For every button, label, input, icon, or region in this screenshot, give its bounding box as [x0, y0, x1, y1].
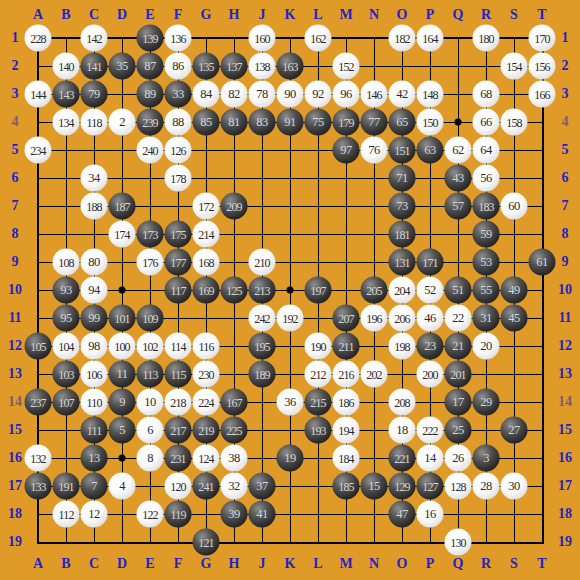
stone-black-13: 13	[81, 445, 108, 472]
stone-white-38: 38	[221, 445, 248, 472]
col-label-bottom-F: F	[165, 557, 191, 571]
stone-black-53: 53	[473, 249, 500, 276]
col-label-bottom-R: R	[473, 557, 499, 571]
stone-black-111: 111	[81, 417, 108, 444]
col-label-top-Q: Q	[445, 8, 471, 22]
stone-black-193: 193	[305, 417, 332, 444]
col-label-bottom-S: S	[501, 557, 527, 571]
stone-white-124: 124	[193, 445, 220, 472]
stone-black-7: 7	[81, 473, 108, 500]
stone-black-77: 77	[361, 109, 388, 136]
col-label-top-O: O	[389, 8, 415, 22]
stone-black-61: 61	[529, 249, 556, 276]
stone-white-90: 90	[277, 81, 304, 108]
stone-black-51: 51	[445, 277, 472, 304]
stone-white-134: 134	[53, 109, 80, 136]
row-label-right-8: 8	[552, 227, 578, 241]
stone-black-231: 231	[165, 445, 192, 472]
stone-white-62: 62	[445, 137, 472, 164]
col-label-bottom-Q: Q	[445, 557, 471, 571]
stone-black-73: 73	[389, 193, 416, 220]
col-label-bottom-C: C	[81, 557, 107, 571]
stone-white-94: 94	[81, 277, 108, 304]
stone-black-209: 209	[221, 193, 248, 220]
stone-white-154: 154	[501, 53, 528, 80]
stone-white-56: 56	[473, 165, 500, 192]
stone-black-205: 205	[361, 277, 388, 304]
stone-white-140: 140	[53, 53, 80, 80]
row-label-right-4: 4	[552, 115, 578, 129]
stone-black-121: 121	[193, 529, 220, 556]
stone-black-63: 63	[417, 137, 444, 164]
row-label-right-14: 14	[552, 395, 578, 409]
stone-white-116: 116	[193, 333, 220, 360]
row-label-left-10: 10	[2, 283, 28, 297]
row-label-right-12: 12	[552, 339, 578, 353]
col-label-bottom-T: T	[529, 557, 555, 571]
col-label-bottom-M: M	[333, 557, 359, 571]
stone-white-166: 166	[529, 81, 556, 108]
col-label-bottom-D: D	[109, 557, 135, 571]
stone-white-174: 174	[109, 221, 136, 248]
col-label-top-A: A	[25, 8, 51, 22]
stone-white-152: 152	[333, 53, 360, 80]
col-label-top-P: P	[417, 8, 443, 22]
stone-white-234: 234	[25, 137, 52, 164]
col-label-top-C: C	[81, 8, 107, 22]
stone-white-16: 16	[417, 501, 444, 528]
stone-white-176: 176	[137, 249, 164, 276]
stone-black-37: 37	[249, 473, 276, 500]
star-point	[119, 287, 126, 294]
stone-white-32: 32	[221, 473, 248, 500]
stone-white-60: 60	[501, 193, 528, 220]
row-label-right-7: 7	[552, 199, 578, 213]
stone-white-214: 214	[193, 221, 220, 248]
row-label-right-18: 18	[552, 507, 578, 521]
stone-black-239: 239	[137, 109, 164, 136]
row-label-right-15: 15	[552, 423, 578, 437]
stone-white-52: 52	[417, 277, 444, 304]
col-label-bottom-J: J	[249, 557, 275, 571]
stone-black-49: 49	[501, 277, 528, 304]
stone-white-96: 96	[333, 81, 360, 108]
stone-black-191: 191	[53, 473, 80, 500]
stone-white-20: 20	[473, 333, 500, 360]
stone-black-43: 43	[445, 165, 472, 192]
stone-black-83: 83	[249, 109, 276, 136]
star-point	[119, 455, 126, 462]
stone-black-41: 41	[249, 501, 276, 528]
col-label-top-H: H	[221, 8, 247, 22]
stone-white-182: 182	[389, 25, 416, 52]
stone-black-39: 39	[221, 501, 248, 528]
stone-white-2: 2	[109, 109, 136, 136]
stone-white-68: 68	[473, 81, 500, 108]
stone-black-215: 215	[305, 389, 332, 416]
stone-white-130: 130	[445, 529, 472, 556]
stone-black-57: 57	[445, 193, 472, 220]
stone-black-15: 15	[361, 473, 388, 500]
stone-black-71: 71	[389, 165, 416, 192]
stone-black-151: 151	[389, 137, 416, 164]
row-label-right-5: 5	[552, 143, 578, 157]
stone-white-66: 66	[473, 109, 500, 136]
stone-black-89: 89	[137, 81, 164, 108]
stone-white-200: 200	[417, 361, 444, 388]
stone-white-42: 42	[389, 81, 416, 108]
row-label-right-11: 11	[552, 311, 578, 325]
row-label-right-3: 3	[552, 87, 578, 101]
stone-white-126: 126	[165, 137, 192, 164]
col-label-bottom-K: K	[277, 557, 303, 571]
stone-black-101: 101	[109, 305, 136, 332]
stone-white-92: 92	[305, 81, 332, 108]
stone-white-162: 162	[305, 25, 332, 52]
stone-black-139: 139	[137, 25, 164, 52]
stone-white-172: 172	[193, 193, 220, 220]
stone-black-107: 107	[53, 389, 80, 416]
col-label-top-N: N	[361, 8, 387, 22]
stone-white-180: 180	[473, 25, 500, 52]
stone-black-103: 103	[53, 361, 80, 388]
stone-white-100: 100	[109, 333, 136, 360]
stone-white-28: 28	[473, 473, 500, 500]
stone-black-201: 201	[445, 361, 472, 388]
stone-black-119: 119	[165, 501, 192, 528]
stone-white-224: 224	[193, 389, 220, 416]
stone-black-85: 85	[193, 109, 220, 136]
stone-black-125: 125	[221, 277, 248, 304]
stone-white-178: 178	[165, 165, 192, 192]
stone-black-17: 17	[445, 389, 472, 416]
stone-black-31: 31	[473, 305, 500, 332]
stone-white-18: 18	[389, 417, 416, 444]
stone-black-91: 91	[277, 109, 304, 136]
stone-black-35: 35	[109, 53, 136, 80]
stone-white-36: 36	[277, 389, 304, 416]
stone-black-237: 237	[25, 389, 52, 416]
col-label-top-S: S	[501, 8, 527, 22]
stone-black-5: 5	[109, 417, 136, 444]
star-point	[287, 287, 294, 294]
stone-black-93: 93	[53, 277, 80, 304]
stone-white-110: 110	[81, 389, 108, 416]
stone-black-115: 115	[165, 361, 192, 388]
col-label-top-J: J	[249, 8, 275, 22]
row-label-left-11: 11	[2, 311, 28, 325]
stone-white-8: 8	[137, 445, 164, 472]
stone-white-64: 64	[473, 137, 500, 164]
row-label-left-13: 13	[2, 367, 28, 381]
stone-white-46: 46	[417, 305, 444, 332]
stone-white-160: 160	[249, 25, 276, 52]
row-label-right-6: 6	[552, 171, 578, 185]
stone-white-14: 14	[417, 445, 444, 472]
stone-white-98: 98	[81, 333, 108, 360]
col-label-top-D: D	[109, 8, 135, 22]
row-label-right-19: 19	[552, 535, 578, 549]
stone-white-4: 4	[109, 473, 136, 500]
stone-white-148: 148	[417, 81, 444, 108]
stone-black-133: 133	[25, 473, 52, 500]
stone-black-169: 169	[193, 277, 220, 304]
stone-white-188: 188	[81, 193, 108, 220]
col-label-top-R: R	[473, 8, 499, 22]
stone-black-3: 3	[473, 445, 500, 472]
stone-black-177: 177	[165, 249, 192, 276]
stone-white-34: 34	[81, 165, 108, 192]
row-label-left-4: 4	[2, 115, 28, 129]
stone-white-190: 190	[305, 333, 332, 360]
stone-white-12: 12	[81, 501, 108, 528]
stone-black-113: 113	[137, 361, 164, 388]
stone-white-112: 112	[53, 501, 80, 528]
stone-black-33: 33	[165, 81, 192, 108]
stone-white-186: 186	[333, 389, 360, 416]
stone-black-179: 179	[333, 109, 360, 136]
stone-black-45: 45	[501, 305, 528, 332]
stone-white-164: 164	[417, 25, 444, 52]
stone-white-142: 142	[81, 25, 108, 52]
stone-black-181: 181	[389, 221, 416, 248]
stone-white-118: 118	[81, 109, 108, 136]
col-label-top-K: K	[277, 8, 303, 22]
stone-black-197: 197	[305, 277, 332, 304]
stone-black-195: 195	[249, 333, 276, 360]
row-label-left-8: 8	[2, 227, 28, 241]
row-label-left-9: 9	[2, 255, 28, 269]
stone-white-122: 122	[137, 501, 164, 528]
stone-white-30: 30	[501, 473, 528, 500]
stone-white-230: 230	[193, 361, 220, 388]
stone-black-47: 47	[389, 501, 416, 528]
stone-white-26: 26	[445, 445, 472, 472]
stone-black-175: 175	[165, 221, 192, 248]
col-label-top-B: B	[53, 8, 79, 22]
stone-white-6: 6	[137, 417, 164, 444]
stone-white-240: 240	[137, 137, 164, 164]
stone-white-196: 196	[361, 305, 388, 332]
stone-black-225: 225	[221, 417, 248, 444]
stone-white-222: 222	[417, 417, 444, 444]
stone-black-213: 213	[249, 277, 276, 304]
stone-white-138: 138	[249, 53, 276, 80]
stone-white-242: 242	[249, 305, 276, 332]
stone-black-185: 185	[333, 473, 360, 500]
stone-white-228: 228	[25, 25, 52, 52]
stone-white-84: 84	[193, 81, 220, 108]
stone-white-102: 102	[137, 333, 164, 360]
stone-black-135: 135	[193, 53, 220, 80]
stone-white-132: 132	[25, 445, 52, 472]
stone-white-136: 136	[165, 25, 192, 52]
stone-black-11: 11	[109, 361, 136, 388]
stone-black-171: 171	[417, 249, 444, 276]
stone-white-78: 78	[249, 81, 276, 108]
stone-black-189: 189	[249, 361, 276, 388]
stone-white-104: 104	[53, 333, 80, 360]
stone-black-137: 137	[221, 53, 248, 80]
stone-white-144: 144	[25, 81, 52, 108]
go-board[interactable]: AABBCCDDEEFFGGHHJJKKLLMMNNOOPPQQRRSSTT11…	[0, 0, 580, 580]
stone-white-158: 158	[501, 109, 528, 136]
row-label-right-16: 16	[552, 451, 578, 465]
row-label-right-10: 10	[552, 283, 578, 297]
stone-black-217: 217	[165, 417, 192, 444]
stone-black-55: 55	[473, 277, 500, 304]
stone-white-198: 198	[389, 333, 416, 360]
row-label-left-6: 6	[2, 171, 28, 185]
col-label-top-T: T	[529, 8, 555, 22]
col-label-bottom-A: A	[25, 557, 51, 571]
stone-white-86: 86	[165, 53, 192, 80]
stone-black-109: 109	[137, 305, 164, 332]
row-label-right-13: 13	[552, 367, 578, 381]
row-label-left-2: 2	[2, 59, 28, 73]
stone-black-9: 9	[109, 389, 136, 416]
stone-black-211: 211	[333, 333, 360, 360]
star-point	[455, 119, 462, 126]
stone-black-75: 75	[305, 109, 332, 136]
stone-white-114: 114	[165, 333, 192, 360]
stone-white-210: 210	[249, 249, 276, 276]
stone-white-216: 216	[333, 361, 360, 388]
stone-black-65: 65	[389, 109, 416, 136]
stone-black-129: 129	[389, 473, 416, 500]
stone-white-206: 206	[389, 305, 416, 332]
stone-black-95: 95	[53, 305, 80, 332]
col-label-bottom-O: O	[389, 557, 415, 571]
stone-black-99: 99	[81, 305, 108, 332]
stone-black-117: 117	[165, 277, 192, 304]
stone-black-25: 25	[445, 417, 472, 444]
stone-black-187: 187	[109, 193, 136, 220]
stone-white-204: 204	[389, 277, 416, 304]
stone-black-97: 97	[333, 137, 360, 164]
stone-white-10: 10	[137, 389, 164, 416]
stone-white-128: 128	[445, 473, 472, 500]
row-label-left-7: 7	[2, 199, 28, 213]
stone-white-218: 218	[165, 389, 192, 416]
stone-white-170: 170	[529, 25, 556, 52]
stone-black-241: 241	[193, 473, 220, 500]
stone-white-184: 184	[333, 445, 360, 472]
stone-black-183: 183	[473, 193, 500, 220]
col-label-top-M: M	[333, 8, 359, 22]
stone-white-88: 88	[165, 109, 192, 136]
stone-black-23: 23	[417, 333, 444, 360]
stone-black-127: 127	[417, 473, 444, 500]
row-label-right-1: 1	[552, 31, 578, 45]
col-label-bottom-L: L	[305, 557, 331, 571]
row-label-left-18: 18	[2, 507, 28, 521]
stone-black-221: 221	[389, 445, 416, 472]
stone-white-146: 146	[361, 81, 388, 108]
stone-black-207: 207	[333, 305, 360, 332]
stone-white-202: 202	[361, 361, 388, 388]
stone-white-106: 106	[81, 361, 108, 388]
stone-black-163: 163	[277, 53, 304, 80]
row-label-right-9: 9	[552, 255, 578, 269]
stone-white-80: 80	[81, 249, 108, 276]
stone-white-194: 194	[333, 417, 360, 444]
col-label-bottom-H: H	[221, 557, 247, 571]
stone-black-21: 21	[445, 333, 472, 360]
stone-black-143: 143	[53, 81, 80, 108]
col-label-bottom-N: N	[361, 557, 387, 571]
stone-black-105: 105	[25, 333, 52, 360]
stone-white-22: 22	[445, 305, 472, 332]
stone-black-219: 219	[193, 417, 220, 444]
stone-white-82: 82	[221, 81, 248, 108]
col-label-top-G: G	[193, 8, 219, 22]
stone-black-79: 79	[81, 81, 108, 108]
row-label-left-19: 19	[2, 535, 28, 549]
col-label-top-L: L	[305, 8, 331, 22]
stone-white-76: 76	[361, 137, 388, 164]
stone-black-29: 29	[473, 389, 500, 416]
row-label-right-2: 2	[552, 59, 578, 73]
stone-black-173: 173	[137, 221, 164, 248]
stone-white-212: 212	[305, 361, 332, 388]
stone-black-87: 87	[137, 53, 164, 80]
stone-white-108: 108	[53, 249, 80, 276]
stone-white-120: 120	[165, 473, 192, 500]
stone-black-81: 81	[221, 109, 248, 136]
col-label-top-E: E	[137, 8, 163, 22]
stone-black-141: 141	[81, 53, 108, 80]
col-label-bottom-B: B	[53, 557, 79, 571]
col-label-bottom-E: E	[137, 557, 163, 571]
stone-black-27: 27	[501, 417, 528, 444]
stone-black-19: 19	[277, 445, 304, 472]
stone-white-192: 192	[277, 305, 304, 332]
stone-white-208: 208	[389, 389, 416, 416]
stone-black-131: 131	[389, 249, 416, 276]
col-label-top-F: F	[165, 8, 191, 22]
row-label-right-17: 17	[552, 479, 578, 493]
stone-black-59: 59	[473, 221, 500, 248]
row-label-left-15: 15	[2, 423, 28, 437]
stone-white-168: 168	[193, 249, 220, 276]
stone-white-156: 156	[529, 53, 556, 80]
col-label-bottom-P: P	[417, 557, 443, 571]
stone-black-167: 167	[221, 389, 248, 416]
col-label-bottom-G: G	[193, 557, 219, 571]
stone-white-150: 150	[417, 109, 444, 136]
